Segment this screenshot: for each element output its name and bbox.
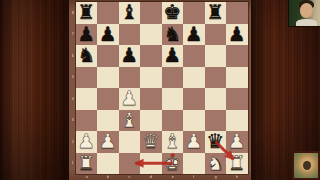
square-f4[interactable] bbox=[183, 88, 205, 110]
square-d6[interactable] bbox=[140, 45, 162, 67]
square-g3[interactable] bbox=[205, 110, 227, 132]
square-h7[interactable]: ♟ bbox=[226, 24, 248, 46]
square-e5[interactable] bbox=[162, 67, 184, 89]
square-d3[interactable] bbox=[140, 110, 162, 132]
square-c2[interactable] bbox=[119, 131, 141, 153]
square-b1[interactable] bbox=[97, 153, 119, 175]
square-b2[interactable]: ♟ bbox=[97, 131, 119, 153]
black-pawn[interactable]: ♟ bbox=[163, 45, 181, 67]
white-rook[interactable]: ♜ bbox=[77, 153, 95, 175]
square-f8[interactable] bbox=[183, 2, 205, 24]
square-h3[interactable] bbox=[226, 110, 248, 132]
square-g5[interactable] bbox=[205, 67, 227, 89]
white-bishop[interactable]: ♝ bbox=[163, 131, 181, 153]
square-e7[interactable]: ♞ bbox=[162, 24, 184, 46]
square-e2[interactable]: ♝ bbox=[162, 131, 184, 153]
square-e4[interactable] bbox=[162, 88, 184, 110]
white-rook[interactable]: ♜ bbox=[228, 153, 246, 175]
square-d4[interactable] bbox=[140, 88, 162, 110]
black-pawn[interactable]: ♟ bbox=[120, 45, 138, 67]
square-f3[interactable] bbox=[183, 110, 205, 132]
square-a1[interactable]: ♜ bbox=[76, 153, 98, 175]
square-f6[interactable] bbox=[183, 45, 205, 67]
square-h1[interactable]: ♜ bbox=[226, 153, 248, 175]
square-c5[interactable] bbox=[119, 67, 141, 89]
square-b4[interactable] bbox=[97, 88, 119, 110]
square-g2[interactable]: ♛ bbox=[205, 131, 227, 153]
black-knight[interactable]: ♞ bbox=[163, 24, 181, 46]
white-pawn[interactable]: ♟ bbox=[185, 131, 203, 153]
video-frame: { "game": "chess", "position": { "fen": … bbox=[0, 0, 320, 180]
square-b8[interactable] bbox=[97, 2, 119, 24]
white-pawn[interactable]: ♟ bbox=[228, 131, 246, 153]
square-f7[interactable]: ♟ bbox=[183, 24, 205, 46]
presenter-shirt bbox=[296, 19, 317, 27]
square-g8[interactable]: ♜ bbox=[205, 2, 227, 24]
corner-photo bbox=[292, 151, 320, 180]
square-c4[interactable]: ♟ bbox=[119, 88, 141, 110]
square-b6[interactable] bbox=[97, 45, 119, 67]
white-knight[interactable]: ♞ bbox=[206, 153, 224, 175]
square-f1[interactable] bbox=[183, 153, 205, 175]
square-g4[interactable] bbox=[205, 88, 227, 110]
black-pawn[interactable]: ♟ bbox=[99, 24, 117, 46]
square-d2[interactable]: ♛ bbox=[140, 131, 162, 153]
black-knight[interactable]: ♞ bbox=[77, 45, 95, 67]
square-b5[interactable] bbox=[97, 67, 119, 89]
square-h4[interactable] bbox=[226, 88, 248, 110]
webcam-presenter bbox=[288, 0, 320, 27]
white-pawn[interactable]: ♟ bbox=[120, 88, 138, 110]
square-a3[interactable] bbox=[76, 110, 98, 132]
square-e8[interactable]: ♚ bbox=[162, 2, 184, 24]
file-labels: abcdefgh bbox=[76, 174, 248, 180]
square-c7[interactable] bbox=[119, 24, 141, 46]
square-d7[interactable] bbox=[140, 24, 162, 46]
chess-board: 87654321 abcdefgh ♜♝♚♜♟♟♞♟♟♞♟♟♟♝♟♟♛♝♟♛♟♜… bbox=[69, 0, 251, 180]
black-king[interactable]: ♚ bbox=[163, 2, 181, 24]
square-h8[interactable] bbox=[226, 2, 248, 24]
square-a2[interactable]: ♟ bbox=[76, 131, 98, 153]
square-e6[interactable]: ♟ bbox=[162, 45, 184, 67]
square-a7[interactable]: ♟ bbox=[76, 24, 98, 46]
white-pawn[interactable]: ♟ bbox=[77, 131, 95, 153]
square-d8[interactable] bbox=[140, 2, 162, 24]
white-queen[interactable]: ♛ bbox=[142, 131, 160, 153]
white-king[interactable]: ♚ bbox=[163, 153, 181, 175]
corner-photo-subject bbox=[303, 161, 311, 170]
square-a8[interactable]: ♜ bbox=[76, 2, 98, 24]
square-d5[interactable] bbox=[140, 67, 162, 89]
square-g1[interactable]: ♞ bbox=[205, 153, 227, 175]
black-pawn[interactable]: ♟ bbox=[185, 24, 203, 46]
square-e1[interactable]: ♚ bbox=[162, 153, 184, 175]
board-squares: ♜♝♚♜♟♟♞♟♟♞♟♟♟♝♟♟♛♝♟♛♟♜♚♞♜ bbox=[76, 2, 248, 174]
square-h2[interactable]: ♟ bbox=[226, 131, 248, 153]
presenter-face bbox=[300, 3, 313, 18]
black-pawn[interactable]: ♟ bbox=[228, 24, 246, 46]
square-h5[interactable] bbox=[226, 67, 248, 89]
square-a6[interactable]: ♞ bbox=[76, 45, 98, 67]
square-c6[interactable]: ♟ bbox=[119, 45, 141, 67]
square-g7[interactable] bbox=[205, 24, 227, 46]
square-h6[interactable] bbox=[226, 45, 248, 67]
black-rook[interactable]: ♜ bbox=[206, 2, 224, 24]
square-c3[interactable]: ♝ bbox=[119, 110, 141, 132]
square-c8[interactable]: ♝ bbox=[119, 2, 141, 24]
square-e3[interactable] bbox=[162, 110, 184, 132]
black-queen[interactable]: ♛ bbox=[206, 131, 224, 153]
white-pawn[interactable]: ♟ bbox=[99, 131, 117, 153]
square-f5[interactable] bbox=[183, 67, 205, 89]
square-d1[interactable] bbox=[140, 153, 162, 175]
white-bishop[interactable]: ♝ bbox=[120, 110, 138, 132]
square-b7[interactable]: ♟ bbox=[97, 24, 119, 46]
square-f2[interactable]: ♟ bbox=[183, 131, 205, 153]
square-c1[interactable] bbox=[119, 153, 141, 175]
square-g6[interactable] bbox=[205, 45, 227, 67]
square-a4[interactable] bbox=[76, 88, 98, 110]
square-b3[interactable] bbox=[97, 110, 119, 132]
square-a5[interactable] bbox=[76, 67, 98, 89]
black-rook[interactable]: ♜ bbox=[77, 2, 95, 24]
black-bishop[interactable]: ♝ bbox=[120, 2, 138, 24]
black-pawn[interactable]: ♟ bbox=[77, 24, 95, 46]
